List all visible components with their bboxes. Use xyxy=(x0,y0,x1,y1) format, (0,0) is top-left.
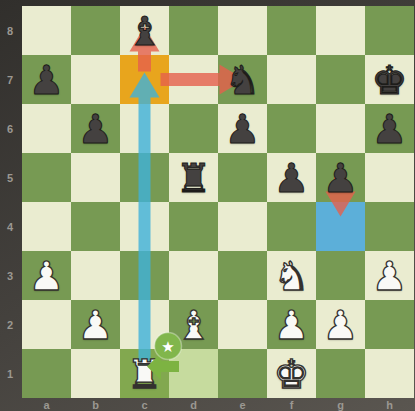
piece-white-bishop-d2[interactable]: ♝ xyxy=(169,300,218,349)
rank-label-5: 5 xyxy=(0,153,20,202)
piece-white-pawn-h3[interactable]: ♟ xyxy=(365,251,414,300)
file-label-b: b xyxy=(71,398,120,411)
rank-label-3: 3 xyxy=(0,251,20,300)
piece-black-rook-d5[interactable]: ♜ xyxy=(169,153,218,202)
file-label-c: c xyxy=(120,398,169,411)
rank-label-1: 1 xyxy=(0,349,20,398)
piece-black-pawn-a7[interactable]: ♟ xyxy=(22,55,71,104)
file-label-d: d xyxy=(169,398,218,411)
chess-board[interactable]: ♝♟♞♚♟♟♟♜♟♟♟♞♟♟♝♟♟♜♚ ★ xyxy=(22,6,414,398)
piece-black-pawn-f5[interactable]: ♟ xyxy=(267,153,316,202)
file-label-e: e xyxy=(218,398,267,411)
piece-white-pawn-b2[interactable]: ♟ xyxy=(71,300,120,349)
file-label-h: h xyxy=(365,398,414,411)
rank-label-7: 7 xyxy=(0,55,20,104)
pieces-layer[interactable]: ♝♟♞♚♟♟♟♜♟♟♟♞♟♟♝♟♟♜♚ xyxy=(22,6,414,398)
piece-white-pawn-g2[interactable]: ♟ xyxy=(316,300,365,349)
piece-white-rook-c1[interactable]: ♜ xyxy=(120,349,169,398)
rank-label-4: 4 xyxy=(0,202,20,251)
piece-black-pawn-b6[interactable]: ♟ xyxy=(71,104,120,153)
piece-black-pawn-h6[interactable]: ♟ xyxy=(365,104,414,153)
piece-black-king-h7[interactable]: ♚ xyxy=(365,55,414,104)
file-label-g: g xyxy=(316,398,365,411)
chess-app-frame: ♝♟♞♚♟♟♟♜♟♟♟♞♟♟♝♟♟♜♚ ★ 87654321 abcdefgh xyxy=(0,0,415,411)
piece-black-bishop-c8[interactable]: ♝ xyxy=(120,6,169,55)
rank-label-2: 2 xyxy=(0,300,20,349)
piece-black-knight-e7[interactable]: ♞ xyxy=(218,55,267,104)
rank-label-8: 8 xyxy=(0,6,20,55)
piece-white-king-f1[interactable]: ♚ xyxy=(267,349,316,398)
piece-white-pawn-f2[interactable]: ♟ xyxy=(267,300,316,349)
piece-black-pawn-e6[interactable]: ♟ xyxy=(218,104,267,153)
file-label-f: f xyxy=(267,398,316,411)
piece-black-pawn-g5[interactable]: ♟ xyxy=(316,153,365,202)
piece-white-knight-f3[interactable]: ♞ xyxy=(267,251,316,300)
rank-label-6: 6 xyxy=(0,104,20,153)
piece-white-pawn-a3[interactable]: ♟ xyxy=(22,251,71,300)
file-label-a: a xyxy=(22,398,71,411)
